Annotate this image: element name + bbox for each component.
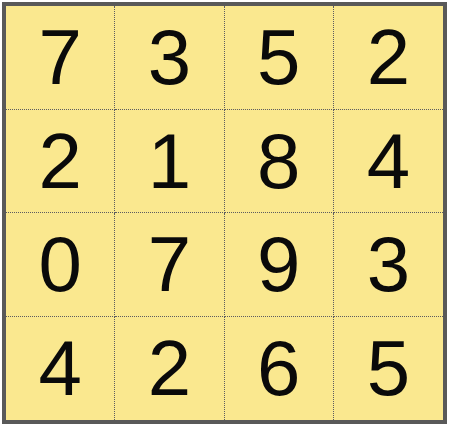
cell-r3c1[interactable]: 0 (6, 213, 115, 317)
cell-r1c4[interactable]: 2 (334, 6, 443, 110)
cell-r1c2[interactable]: 3 (115, 6, 224, 110)
cell-r1c3[interactable]: 5 (225, 6, 334, 110)
cell-r4c2[interactable]: 2 (115, 317, 224, 421)
cell-r3c4[interactable]: 3 (334, 213, 443, 317)
board-frame: 7 3 5 2 2 1 8 4 0 7 9 3 4 2 6 5 (2, 2, 447, 424)
cell-r2c2[interactable]: 1 (115, 110, 224, 214)
cell-r4c1[interactable]: 4 (6, 317, 115, 421)
cell-r3c2[interactable]: 7 (115, 213, 224, 317)
cell-r2c1[interactable]: 2 (6, 110, 115, 214)
cell-r4c4[interactable]: 5 (334, 317, 443, 421)
cell-r2c3[interactable]: 8 (225, 110, 334, 214)
number-grid-board: 7 3 5 2 2 1 8 4 0 7 9 3 4 2 6 5 (2, 2, 447, 424)
cell-r1c1[interactable]: 7 (6, 6, 115, 110)
cell-r2c4[interactable]: 4 (334, 110, 443, 214)
cell-r3c3[interactable]: 9 (225, 213, 334, 317)
cell-r4c3[interactable]: 6 (225, 317, 334, 421)
